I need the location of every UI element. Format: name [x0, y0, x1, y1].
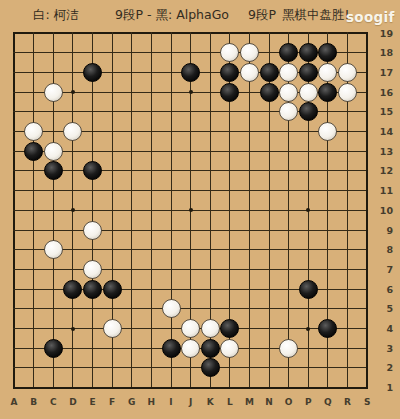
star-point [71, 90, 75, 94]
stone-white [279, 102, 298, 121]
column-label: L [223, 397, 237, 407]
stone-black [162, 339, 181, 358]
stone-black [181, 63, 200, 82]
stone-black [24, 142, 43, 161]
row-label: 8 [374, 244, 393, 255]
row-label: 15 [374, 106, 393, 117]
row-label: 9 [374, 225, 393, 236]
go-board: ABCDEFGHIJKLMNOPQRS191817161514131211109… [0, 0, 400, 419]
column-label: R [341, 397, 355, 407]
stone-black [279, 43, 298, 62]
row-label: 3 [374, 343, 393, 354]
column-label: E [86, 397, 100, 407]
grid-line-horizontal [13, 387, 368, 389]
column-label: J [184, 397, 198, 407]
stone-white [103, 319, 122, 338]
column-label: S [360, 397, 374, 407]
row-label: 14 [374, 126, 393, 137]
stone-black [318, 83, 337, 102]
stone-black [201, 358, 220, 377]
column-label: B [27, 397, 41, 407]
column-label: K [203, 397, 217, 407]
stone-white [63, 122, 82, 141]
stone-white [318, 122, 337, 141]
column-label: A [7, 397, 21, 407]
row-label: 16 [374, 87, 393, 98]
column-label: P [301, 397, 315, 407]
grid-line-vertical [366, 32, 368, 389]
stone-white [201, 319, 220, 338]
grid-line-horizontal [13, 269, 368, 270]
stone-white [44, 240, 63, 259]
star-point [189, 208, 193, 212]
column-label: N [262, 397, 276, 407]
stone-black [318, 319, 337, 338]
star-point [71, 208, 75, 212]
stone-white [240, 63, 259, 82]
stone-black [103, 280, 122, 299]
column-label: O [282, 397, 296, 407]
stone-black [299, 102, 318, 121]
row-label: 1 [374, 382, 393, 393]
stone-white [299, 83, 318, 102]
column-label: M [242, 397, 256, 407]
stone-black [299, 280, 318, 299]
row-label: 17 [374, 67, 393, 78]
grid-line-horizontal [13, 249, 368, 250]
grid-line-horizontal [13, 367, 368, 368]
stone-black [83, 63, 102, 82]
stone-white [181, 319, 200, 338]
row-label: 12 [374, 165, 393, 176]
grid-line-horizontal [13, 230, 368, 231]
stone-white [83, 221, 102, 240]
stone-white [181, 339, 200, 358]
row-label: 7 [374, 264, 393, 275]
stone-black [260, 83, 279, 102]
column-label: D [66, 397, 80, 407]
stone-white [338, 63, 357, 82]
column-label: I [164, 397, 178, 407]
row-label: 5 [374, 303, 393, 314]
stone-black [299, 63, 318, 82]
star-point [306, 208, 310, 212]
stone-white [338, 83, 357, 102]
stone-white [162, 299, 181, 318]
column-label: F [105, 397, 119, 407]
stone-white [220, 339, 239, 358]
stone-black [260, 63, 279, 82]
row-label: 2 [374, 362, 393, 373]
stone-black [318, 43, 337, 62]
stone-white [240, 43, 259, 62]
stone-black [201, 339, 220, 358]
star-point [71, 327, 75, 331]
stone-white [44, 83, 63, 102]
star-point [189, 90, 193, 94]
column-label: C [46, 397, 60, 407]
row-label: 11 [374, 185, 393, 196]
stone-white [83, 260, 102, 279]
stone-white [279, 63, 298, 82]
column-label: G [125, 397, 139, 407]
stone-black [220, 319, 239, 338]
stone-black [299, 43, 318, 62]
stone-black [83, 280, 102, 299]
grid-line-horizontal [13, 308, 368, 309]
row-label: 6 [374, 284, 393, 295]
stone-white [279, 83, 298, 102]
column-label: Q [321, 397, 335, 407]
stone-black [44, 161, 63, 180]
row-label: 4 [374, 323, 393, 334]
row-label: 19 [374, 28, 393, 39]
stone-black [83, 161, 102, 180]
row-label: 10 [374, 205, 393, 216]
go-game-screenshot: 白: 柯洁 9段P - 黑: AlphaGo 9段P 黑棋中盘胜! soogif… [0, 0, 400, 419]
stone-white [24, 122, 43, 141]
row-label: 13 [374, 146, 393, 157]
stone-black [220, 83, 239, 102]
grid-line-vertical [249, 32, 250, 389]
stone-black [44, 339, 63, 358]
star-point [306, 327, 310, 331]
stone-white [220, 43, 239, 62]
stone-white [318, 63, 337, 82]
row-label: 18 [374, 47, 393, 58]
stone-black [220, 63, 239, 82]
stone-white [44, 142, 63, 161]
column-label: H [144, 397, 158, 407]
stone-black [63, 280, 82, 299]
stone-white [279, 339, 298, 358]
